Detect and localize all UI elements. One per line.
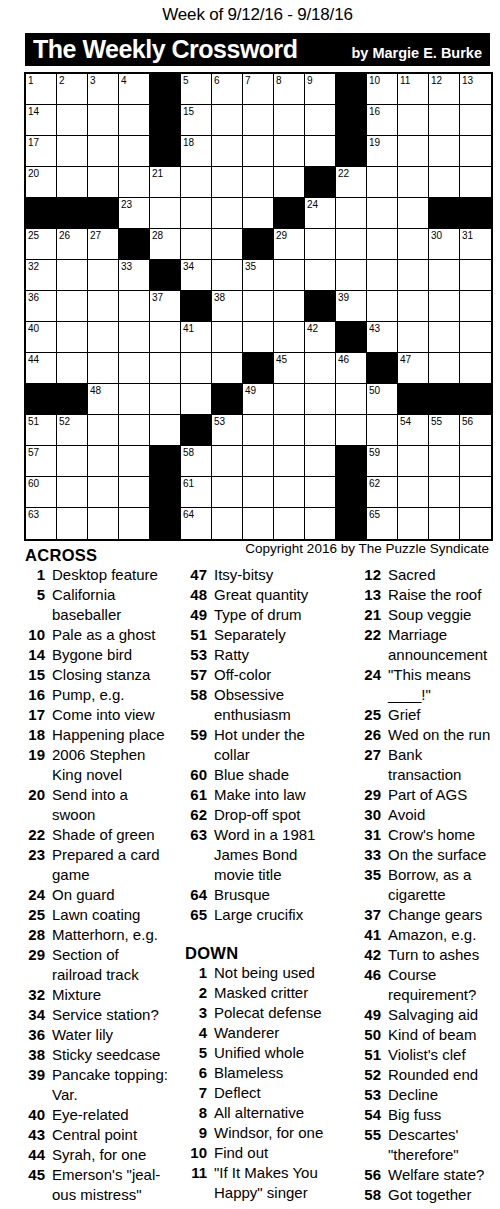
grid-cell[interactable] xyxy=(150,198,181,229)
grid-cell[interactable] xyxy=(398,260,429,291)
grid-cell[interactable] xyxy=(429,260,460,291)
grid-cell[interactable] xyxy=(243,508,274,539)
grid-cell[interactable] xyxy=(243,446,274,477)
across-clue-19: 192006 Stephen King novel xyxy=(25,745,170,785)
grid-cell[interactable] xyxy=(119,105,150,136)
grid-cell[interactable]: 50 xyxy=(367,384,398,415)
clue-number: 40 xyxy=(25,1105,45,1125)
clue-number: 8 xyxy=(185,1103,207,1123)
grid-cell[interactable] xyxy=(57,260,88,291)
grid-cell[interactable]: 64 xyxy=(181,508,212,539)
grid-cell[interactable] xyxy=(274,384,305,415)
grid-cell[interactable] xyxy=(212,105,243,136)
grid-cell[interactable] xyxy=(398,198,429,229)
grid-cell[interactable] xyxy=(305,508,336,539)
grid-cell[interactable]: 6 xyxy=(212,74,243,105)
grid-cell[interactable] xyxy=(429,322,460,353)
cell-number: 48 xyxy=(90,385,101,396)
grid-cell[interactable]: 22 xyxy=(336,167,367,198)
grid-cell[interactable] xyxy=(460,508,491,539)
grid-cell[interactable] xyxy=(429,105,460,136)
black-cell xyxy=(88,198,119,229)
down-clue-46: 46Course requirement? xyxy=(359,965,498,1005)
grid-cell[interactable] xyxy=(243,136,274,167)
clue-text: Welfare state? xyxy=(388,1165,498,1185)
across-clue-64: 64Brusque xyxy=(185,885,326,905)
clue-number: 19 xyxy=(25,745,45,785)
down-clue-58: 58Got together xyxy=(359,1185,498,1205)
clue-number: 39 xyxy=(25,1065,45,1105)
clue-text: Avoid xyxy=(388,805,498,825)
grid-cell[interactable] xyxy=(119,384,150,415)
grid-cell[interactable] xyxy=(119,291,150,322)
down-clue-12: 12Sacred xyxy=(359,565,498,585)
grid-cell[interactable] xyxy=(212,167,243,198)
cell-number: 6 xyxy=(214,75,220,86)
black-cell xyxy=(336,74,367,105)
grid-cell[interactable] xyxy=(305,415,336,446)
grid-cell[interactable] xyxy=(243,477,274,508)
grid-cell[interactable]: 15 xyxy=(181,105,212,136)
grid-cell[interactable]: 9 xyxy=(305,74,336,105)
grid-cell[interactable]: 58 xyxy=(181,446,212,477)
grid-cell[interactable]: 54 xyxy=(398,415,429,446)
clue-text: Part of AGS xyxy=(388,785,498,805)
clue-number: 61 xyxy=(185,785,207,805)
grid-cell[interactable] xyxy=(460,136,491,167)
clue-text: Big fuss xyxy=(388,1105,498,1125)
grid-cell[interactable] xyxy=(88,353,119,384)
grid-cell[interactable]: 39 xyxy=(336,291,367,322)
grid-cell[interactable]: 32 xyxy=(26,260,57,291)
grid-cell[interactable] xyxy=(398,446,429,477)
grid-cell[interactable] xyxy=(305,229,336,260)
clue-text: Windsor, for one xyxy=(214,1123,326,1143)
grid-cell[interactable] xyxy=(119,415,150,446)
clue-number: 51 xyxy=(359,1045,381,1065)
across-clue-65: 65Large crucifix xyxy=(185,905,326,925)
grid-cell[interactable]: 14 xyxy=(26,105,57,136)
grid-cell[interactable] xyxy=(212,353,243,384)
grid-cell[interactable] xyxy=(181,167,212,198)
puzzle-byline: by Margie E. Burke xyxy=(351,45,482,61)
across-header: ACROSS xyxy=(25,545,170,565)
grid-cell[interactable] xyxy=(305,446,336,477)
grid-cell[interactable] xyxy=(367,167,398,198)
cell-number: 50 xyxy=(369,385,380,396)
grid-cell[interactable]: 60 xyxy=(26,477,57,508)
grid-cell[interactable]: 56 xyxy=(460,415,491,446)
grid-cell[interactable]: 57 xyxy=(26,446,57,477)
grid-cell[interactable] xyxy=(150,322,181,353)
grid-cell[interactable]: 34 xyxy=(181,260,212,291)
grid-cell[interactable]: 2 xyxy=(57,74,88,105)
grid-cell[interactable] xyxy=(119,167,150,198)
grid-cell[interactable] xyxy=(336,384,367,415)
grid-cell[interactable] xyxy=(398,167,429,198)
grid-cell[interactable]: 10 xyxy=(367,74,398,105)
grid-cell[interactable] xyxy=(274,508,305,539)
grid-cell[interactable]: 17 xyxy=(26,136,57,167)
across-clue-38: 38Sticky seedcase xyxy=(25,1045,170,1065)
grid-cell[interactable] xyxy=(119,353,150,384)
grid-cell[interactable] xyxy=(212,508,243,539)
clue-number: 5 xyxy=(185,1043,207,1063)
clue-text: Unified whole xyxy=(214,1043,326,1063)
grid-cell[interactable] xyxy=(274,167,305,198)
grid-cell[interactable] xyxy=(243,167,274,198)
clue-text: Grief xyxy=(388,705,498,725)
grid-cell[interactable] xyxy=(88,508,119,539)
grid-cell[interactable] xyxy=(88,105,119,136)
clue-text: Shade of green xyxy=(52,825,170,845)
cell-number: 65 xyxy=(369,509,380,520)
grid-cell[interactable] xyxy=(336,415,367,446)
grid-cell[interactable] xyxy=(88,477,119,508)
cell-number: 54 xyxy=(400,416,411,427)
grid-cell[interactable] xyxy=(274,260,305,291)
grid-cell[interactable] xyxy=(429,508,460,539)
grid-cell[interactable]: 29 xyxy=(274,229,305,260)
clue-number: 15 xyxy=(25,665,45,685)
grid-cell[interactable]: 21 xyxy=(150,167,181,198)
grid-cell[interactable] xyxy=(212,477,243,508)
grid-cell[interactable] xyxy=(212,198,243,229)
grid-cell[interactable] xyxy=(336,260,367,291)
title-banner: The Weekly Crossword by Margie E. Burke xyxy=(25,33,490,66)
grid-cell[interactable]: 19 xyxy=(367,136,398,167)
grid-cell[interactable]: 53 xyxy=(212,415,243,446)
grid-cell[interactable] xyxy=(181,198,212,229)
clue-gap xyxy=(185,925,326,943)
across-clue-53: 53Ratty xyxy=(185,645,326,665)
grid-cell[interactable] xyxy=(88,322,119,353)
black-cell xyxy=(429,198,460,229)
grid-cell[interactable] xyxy=(212,136,243,167)
grid-cell[interactable] xyxy=(57,322,88,353)
grid-cell[interactable] xyxy=(119,322,150,353)
grid-cell[interactable] xyxy=(305,477,336,508)
grid-cell[interactable]: 13 xyxy=(460,74,491,105)
clue-text: Word in a 1981 James Bond movie title xyxy=(214,825,326,885)
grid-cell[interactable]: 51 xyxy=(26,415,57,446)
grid-cell[interactable]: 61 xyxy=(181,477,212,508)
grid-cell[interactable]: 43 xyxy=(367,322,398,353)
clue-number: 63 xyxy=(185,825,207,885)
grid-cell[interactable] xyxy=(274,446,305,477)
grid-cell[interactable] xyxy=(460,260,491,291)
across-clue-44: 44Syrah, for one xyxy=(25,1145,170,1165)
grid-cell[interactable]: 49 xyxy=(243,384,274,415)
clue-text: Bygone bird xyxy=(52,645,170,665)
grid-cell[interactable] xyxy=(274,291,305,322)
grid-cell[interactable] xyxy=(398,508,429,539)
grid-cell[interactable] xyxy=(429,136,460,167)
grid-cell[interactable]: 65 xyxy=(367,508,398,539)
grid-cell[interactable]: 48 xyxy=(88,384,119,415)
clue-number: 47 xyxy=(185,565,207,585)
across-clue-18: 18Happening place xyxy=(25,725,170,745)
grid-cell[interactable]: 63 xyxy=(26,508,57,539)
clue-number: 14 xyxy=(25,645,45,665)
grid-cell[interactable] xyxy=(150,353,181,384)
across-clue-63: 63Word in a 1981 James Bond movie title xyxy=(185,825,326,885)
grid-cell[interactable]: 24 xyxy=(305,198,336,229)
grid-cell[interactable] xyxy=(243,322,274,353)
clue-number: 59 xyxy=(185,725,207,765)
clue-text: Off-color xyxy=(214,665,326,685)
grid-cell[interactable] xyxy=(57,136,88,167)
grid-cell[interactable] xyxy=(88,415,119,446)
grid-cell[interactable] xyxy=(150,384,181,415)
grid-cell[interactable]: 31 xyxy=(460,229,491,260)
across-clue-49: 49Type of drum xyxy=(185,605,326,625)
grid-cell[interactable]: 4 xyxy=(119,74,150,105)
grid-cell[interactable] xyxy=(274,105,305,136)
grid-cell[interactable] xyxy=(398,322,429,353)
down-clue-49: 49Salvaging aid xyxy=(359,1005,498,1025)
grid-cell[interactable] xyxy=(305,260,336,291)
grid-cell[interactable] xyxy=(212,446,243,477)
black-cell xyxy=(119,229,150,260)
grid-cell[interactable]: 40 xyxy=(26,322,57,353)
grid-cell[interactable]: 46 xyxy=(336,353,367,384)
black-cell xyxy=(336,322,367,353)
grid-cell[interactable] xyxy=(305,136,336,167)
grid-cell[interactable] xyxy=(305,353,336,384)
grid-cell[interactable] xyxy=(57,508,88,539)
grid-cell[interactable] xyxy=(243,198,274,229)
down-clue-10: 10Find out xyxy=(185,1143,326,1163)
grid-cell[interactable]: 5 xyxy=(181,74,212,105)
clue-text: Matterhorn, e.g. xyxy=(52,925,170,945)
grid-cell[interactable] xyxy=(336,198,367,229)
down-clue-9: 9Windsor, for one xyxy=(185,1123,326,1143)
grid-cell[interactable] xyxy=(460,322,491,353)
down-clue-33: 33On the surface xyxy=(359,845,498,865)
cell-number: 42 xyxy=(307,323,318,334)
clue-number: 16 xyxy=(25,685,45,705)
grid-cell[interactable] xyxy=(243,105,274,136)
clue-number: 64 xyxy=(185,885,207,905)
down-header: DOWN xyxy=(185,943,326,963)
grid-cell[interactable] xyxy=(181,229,212,260)
clue-number: 1 xyxy=(25,565,45,585)
grid-cell[interactable] xyxy=(212,260,243,291)
clue-text: Soup veggie xyxy=(388,605,498,625)
grid-cell[interactable]: 20 xyxy=(26,167,57,198)
grid-cell[interactable]: 8 xyxy=(274,74,305,105)
grid-cell[interactable] xyxy=(429,353,460,384)
grid-cell[interactable] xyxy=(398,291,429,322)
grid-cell[interactable]: 23 xyxy=(119,198,150,229)
grid-cell[interactable]: 33 xyxy=(119,260,150,291)
grid-cell[interactable] xyxy=(57,477,88,508)
cell-number: 18 xyxy=(183,137,194,148)
grid-cell[interactable] xyxy=(57,291,88,322)
cell-number: 40 xyxy=(28,323,39,334)
grid-cell[interactable]: 18 xyxy=(181,136,212,167)
grid-cell[interactable] xyxy=(305,384,336,415)
across-clue-20: 20Send into a swoon xyxy=(25,785,170,825)
black-cell xyxy=(181,291,212,322)
grid-cell[interactable] xyxy=(460,291,491,322)
clue-number: 43 xyxy=(25,1125,45,1145)
grid-cell[interactable] xyxy=(305,105,336,136)
grid-cell[interactable]: 11 xyxy=(398,74,429,105)
grid-cell[interactable]: 55 xyxy=(429,415,460,446)
grid-cell[interactable]: 62 xyxy=(367,477,398,508)
clue-number: 4 xyxy=(185,1023,207,1043)
cell-number: 15 xyxy=(183,106,194,117)
clue-number: 65 xyxy=(185,905,207,925)
cell-number: 62 xyxy=(369,478,380,489)
grid-cell[interactable] xyxy=(398,229,429,260)
grid-cell[interactable] xyxy=(274,322,305,353)
grid-cell[interactable] xyxy=(274,136,305,167)
grid-cell[interactable] xyxy=(57,167,88,198)
grid-cell[interactable]: 41 xyxy=(181,322,212,353)
grid-cell[interactable] xyxy=(212,322,243,353)
down-clue-42: 42Turn to ashes xyxy=(359,945,498,965)
black-cell xyxy=(336,136,367,167)
grid-cell[interactable] xyxy=(398,136,429,167)
grid-cell[interactable] xyxy=(429,477,460,508)
grid-cell[interactable]: 47 xyxy=(398,353,429,384)
grid-cell[interactable] xyxy=(460,477,491,508)
cell-number: 10 xyxy=(369,75,380,86)
clue-number: 26 xyxy=(359,725,381,745)
grid-cell[interactable] xyxy=(243,415,274,446)
grid-cell[interactable]: 52 xyxy=(57,415,88,446)
clue-number: 27 xyxy=(359,745,381,785)
grid-cell[interactable] xyxy=(460,167,491,198)
grid-cell[interactable] xyxy=(429,446,460,477)
clue-text: Hot under the collar xyxy=(214,725,326,765)
grid-cell[interactable]: 36 xyxy=(26,291,57,322)
grid-cell[interactable]: 3 xyxy=(88,74,119,105)
grid-cell[interactable] xyxy=(88,446,119,477)
grid-cell[interactable] xyxy=(398,105,429,136)
grid-cell[interactable] xyxy=(429,291,460,322)
clue-text: Course requirement? xyxy=(388,965,498,1005)
grid-cell[interactable]: 38 xyxy=(212,291,243,322)
grid-cell[interactable]: 45 xyxy=(274,353,305,384)
grid-cell[interactable]: 42 xyxy=(305,322,336,353)
black-cell xyxy=(243,229,274,260)
grid-cell[interactable] xyxy=(274,477,305,508)
grid-cell[interactable] xyxy=(119,446,150,477)
grid-cell[interactable] xyxy=(88,291,119,322)
clue-text: Raise the roof xyxy=(388,585,498,605)
clue-number: 13 xyxy=(359,585,381,605)
grid-cell[interactable] xyxy=(336,229,367,260)
clue-text: Polecat defense xyxy=(214,1003,326,1023)
grid-cell[interactable] xyxy=(274,415,305,446)
clue-text: Happening place xyxy=(52,725,170,745)
grid-cell[interactable] xyxy=(460,105,491,136)
cell-number: 53 xyxy=(214,416,225,427)
grid-cell[interactable] xyxy=(57,353,88,384)
clue-number: 58 xyxy=(185,685,207,725)
across-clue-1: 1Desktop feature xyxy=(25,565,170,585)
grid-cell[interactable] xyxy=(119,508,150,539)
grid-cell[interactable]: 28 xyxy=(150,229,181,260)
grid-cell[interactable] xyxy=(429,167,460,198)
grid-cell[interactable]: 12 xyxy=(429,74,460,105)
grid-cell[interactable] xyxy=(119,136,150,167)
black-cell xyxy=(57,198,88,229)
grid-cell[interactable] xyxy=(119,477,150,508)
grid-cell[interactable] xyxy=(367,198,398,229)
clue-text: Ratty xyxy=(214,645,326,665)
grid-cell[interactable] xyxy=(460,446,491,477)
grid-cell[interactable] xyxy=(398,477,429,508)
clue-number: 37 xyxy=(359,905,381,925)
grid-cell[interactable] xyxy=(367,260,398,291)
grid-cell[interactable]: 16 xyxy=(367,105,398,136)
grid-cell[interactable] xyxy=(88,136,119,167)
clue-number: 1 xyxy=(185,963,207,983)
cell-number: 34 xyxy=(183,261,194,272)
grid-cell[interactable] xyxy=(57,105,88,136)
grid-cell[interactable] xyxy=(88,260,119,291)
grid-cell[interactable]: 35 xyxy=(243,260,274,291)
grid-cell[interactable] xyxy=(212,229,243,260)
clue-number: 5 xyxy=(25,585,45,625)
grid-cell[interactable] xyxy=(181,353,212,384)
grid-cell[interactable]: 26 xyxy=(57,229,88,260)
clue-text: Amazon, e.g. xyxy=(388,925,498,945)
clue-text: Crow's home xyxy=(388,825,498,845)
clue-number: 33 xyxy=(359,845,381,865)
clue-number: 51 xyxy=(185,625,207,645)
grid-cell[interactable]: 1 xyxy=(26,74,57,105)
clue-text: Descartes' "therefore" xyxy=(388,1125,498,1165)
down-clue-50: 50Kind of beam xyxy=(359,1025,498,1045)
grid-cell[interactable]: 30 xyxy=(429,229,460,260)
cell-number: 12 xyxy=(431,75,442,86)
grid-cell[interactable] xyxy=(57,446,88,477)
down-clue-7: 7Deflect xyxy=(185,1083,326,1103)
across-clue-48: 48Great quantity xyxy=(185,585,326,605)
grid-cell[interactable] xyxy=(88,167,119,198)
clue-number: 55 xyxy=(359,1125,381,1165)
clue-number: 62 xyxy=(185,805,207,825)
grid-cell[interactable] xyxy=(367,229,398,260)
black-cell xyxy=(57,384,88,415)
cell-number: 24 xyxy=(307,199,318,210)
cell-number: 47 xyxy=(400,354,411,365)
clue-number: 24 xyxy=(25,885,45,905)
grid-cell[interactable]: 27 xyxy=(88,229,119,260)
black-cell xyxy=(150,136,181,167)
grid-cell[interactable] xyxy=(460,353,491,384)
grid-cell[interactable] xyxy=(367,291,398,322)
clue-text: Pump, e.g. xyxy=(52,685,170,705)
grid-cell[interactable] xyxy=(150,415,181,446)
grid-cell[interactable]: 7 xyxy=(243,74,274,105)
grid-cell[interactable] xyxy=(181,384,212,415)
clue-number: 29 xyxy=(25,945,45,985)
grid-cell[interactable]: 59 xyxy=(367,446,398,477)
clue-text: "If It Makes You Happy" singer xyxy=(214,1163,326,1203)
grid-cell[interactable]: 44 xyxy=(26,353,57,384)
grid-cell[interactable] xyxy=(367,415,398,446)
grid-cell[interactable]: 37 xyxy=(150,291,181,322)
grid-cell[interactable]: 25 xyxy=(26,229,57,260)
grid-cell[interactable] xyxy=(243,291,274,322)
